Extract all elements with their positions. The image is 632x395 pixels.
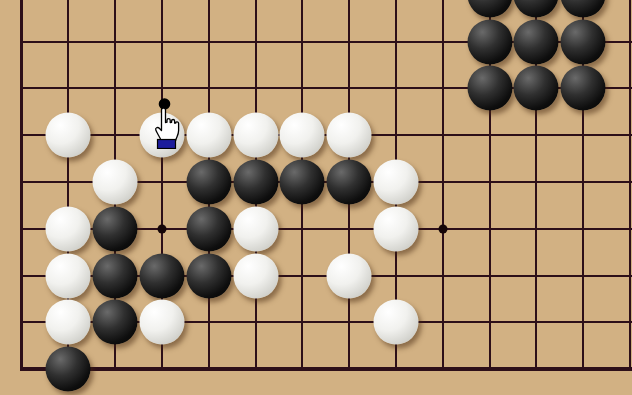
black-stone [186,253,231,298]
black-stone [467,19,512,64]
white-stone [46,113,91,158]
black-stone [93,253,138,298]
black-stone [233,160,278,205]
black-stone [46,347,91,392]
white-stone [373,300,418,345]
black-stone [93,206,138,251]
white-stone [233,113,278,158]
black-stone [561,0,606,17]
white-stone [233,206,278,251]
black-stone [186,206,231,251]
white-stone [327,113,372,158]
white-stone [233,253,278,298]
go-board[interactable] [0,0,632,395]
white-stone [280,113,325,158]
board-edge-line [20,0,23,371]
black-stone [467,66,512,111]
black-stone [139,253,184,298]
black-stone [93,300,138,345]
white-stone [373,160,418,205]
white-stone [93,160,138,205]
black-stone [280,160,325,205]
black-stone [186,160,231,205]
hand-holding-black-stone-cursor [149,97,183,153]
black-stone [467,0,512,17]
white-stone [46,300,91,345]
black-stone [561,19,606,64]
white-stone [46,206,91,251]
white-stone [373,206,418,251]
white-stone [46,253,91,298]
white-stone [139,300,184,345]
grid-line [629,0,631,371]
white-stone [327,253,372,298]
board-edge-line [20,367,632,371]
star-point [157,224,166,233]
black-stone [561,66,606,111]
black-stone [514,0,559,17]
grid-line [442,0,444,371]
star-point [438,224,447,233]
black-stone [327,160,372,205]
black-stone [514,19,559,64]
white-stone [186,113,231,158]
black-stone [514,66,559,111]
